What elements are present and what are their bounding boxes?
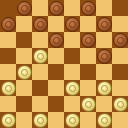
brown-checker[interactable] [97, 49, 112, 64]
yellow-checker[interactable] [65, 81, 80, 96]
square-r4c7[interactable] [112, 64, 128, 80]
square-r6c7[interactable] [112, 96, 128, 112]
yellow-checker[interactable] [1, 81, 16, 96]
square-r0c3[interactable] [48, 0, 64, 16]
square-r2c3[interactable] [48, 32, 64, 48]
square-r6c0[interactable] [0, 96, 16, 112]
brown-checker[interactable] [65, 17, 80, 32]
square-r4c2[interactable] [32, 64, 48, 80]
square-r7c7[interactable] [112, 112, 128, 128]
square-r2c2[interactable] [32, 32, 48, 48]
square-r5c1[interactable] [16, 80, 32, 96]
square-r2c5[interactable] [80, 32, 96, 48]
square-r5c5[interactable] [80, 80, 96, 96]
square-r5c2[interactable] [32, 80, 48, 96]
yellow-checker[interactable] [65, 113, 80, 128]
square-r3c7[interactable] [112, 48, 128, 64]
brown-checker[interactable] [81, 33, 96, 48]
square-r3c0[interactable] [0, 48, 16, 64]
yellow-checker[interactable] [97, 113, 112, 128]
square-r7c6[interactable] [96, 112, 112, 128]
checkers-board [0, 0, 128, 128]
square-r4c1[interactable] [16, 64, 32, 80]
square-r4c3[interactable] [48, 64, 64, 80]
square-r6c3[interactable] [48, 96, 64, 112]
brown-checker[interactable] [81, 1, 96, 16]
square-r1c7[interactable] [112, 16, 128, 32]
square-r7c4[interactable] [64, 112, 80, 128]
square-r6c2[interactable] [32, 96, 48, 112]
square-r3c2[interactable] [32, 48, 48, 64]
square-r5c6[interactable] [96, 80, 112, 96]
square-r7c0[interactable] [0, 112, 16, 128]
square-r7c2[interactable] [32, 112, 48, 128]
square-r2c4[interactable] [64, 32, 80, 48]
square-r1c5[interactable] [80, 16, 96, 32]
brown-checker[interactable] [113, 33, 128, 48]
square-r3c6[interactable] [96, 48, 112, 64]
brown-checker[interactable] [49, 1, 64, 16]
square-r6c6[interactable] [96, 96, 112, 112]
brown-checker[interactable] [97, 17, 112, 32]
square-r1c6[interactable] [96, 16, 112, 32]
square-r7c3[interactable] [48, 112, 64, 128]
square-r6c1[interactable] [16, 96, 32, 112]
square-r0c5[interactable] [80, 0, 96, 16]
yellow-checker[interactable] [113, 97, 128, 112]
square-r2c6[interactable] [96, 32, 112, 48]
square-r5c7[interactable] [112, 80, 128, 96]
yellow-checker[interactable] [1, 113, 16, 128]
square-r1c0[interactable] [0, 16, 16, 32]
yellow-checker[interactable] [17, 65, 32, 80]
square-r0c1[interactable] [16, 0, 32, 16]
square-r7c5[interactable] [80, 112, 96, 128]
square-r0c6[interactable] [96, 0, 112, 16]
square-r6c4[interactable] [64, 96, 80, 112]
brown-checker[interactable] [49, 33, 64, 48]
square-r6c5[interactable] [80, 96, 96, 112]
yellow-checker[interactable] [81, 97, 96, 112]
square-r3c5[interactable] [80, 48, 96, 64]
square-r4c0[interactable] [0, 64, 16, 80]
square-r1c1[interactable] [16, 16, 32, 32]
square-r5c4[interactable] [64, 80, 80, 96]
square-r7c1[interactable] [16, 112, 32, 128]
square-r3c4[interactable] [64, 48, 80, 64]
square-r1c4[interactable] [64, 16, 80, 32]
square-r2c0[interactable] [0, 32, 16, 48]
square-r4c5[interactable] [80, 64, 96, 80]
square-r0c2[interactable] [32, 0, 48, 16]
square-r4c6[interactable] [96, 64, 112, 80]
square-r1c3[interactable] [48, 16, 64, 32]
square-r0c0[interactable] [0, 0, 16, 16]
yellow-checker[interactable] [33, 113, 48, 128]
brown-checker[interactable] [33, 17, 48, 32]
square-r4c4[interactable] [64, 64, 80, 80]
square-r1c2[interactable] [32, 16, 48, 32]
yellow-checker[interactable] [33, 49, 48, 64]
square-r5c3[interactable] [48, 80, 64, 96]
brown-checker[interactable] [1, 17, 16, 32]
square-r0c4[interactable] [64, 0, 80, 16]
square-r2c7[interactable] [112, 32, 128, 48]
square-r3c3[interactable] [48, 48, 64, 64]
square-r5c0[interactable] [0, 80, 16, 96]
brown-checker[interactable] [17, 1, 32, 16]
square-r2c1[interactable] [16, 32, 32, 48]
square-r0c7[interactable] [112, 0, 128, 16]
yellow-checker[interactable] [97, 81, 112, 96]
square-r3c1[interactable] [16, 48, 32, 64]
